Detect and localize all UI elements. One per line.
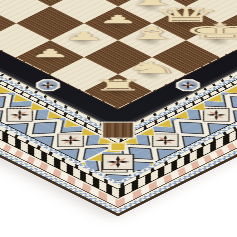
black-line: ♜♞♚♝♛♟♟♟♝ bbox=[0, 0, 237, 181]
white-pawn-glyph: ♟ bbox=[63, 30, 104, 41]
cream-line-2: ♜♞♚♝♛♟♟♟♝ bbox=[0, 0, 237, 200]
mosaic-star-band: ♜♞♚♝♛♟♟♟♝ bbox=[0, 0, 237, 180]
board-outer-edge: ♜♞♚♝♛♟♟♟♝ bbox=[0, 0, 237, 216]
playing-field: ♜♞♚♝♛♟♟♟♝ bbox=[0, 0, 237, 108]
zebra-ribbon-band: ♜♞♚♝♛♟♟♟♝ bbox=[0, 0, 237, 199]
pieces-layer: ♜♞♚♝♛♟♟♟♝ bbox=[0, 0, 237, 108]
checker-band-outer: ♜♞♚♝♛♟♟♟♝ bbox=[0, 0, 237, 214]
checker-band-mid: ♜♞♚♝♛♟♟♟♝ bbox=[0, 0, 237, 185]
white-knight-glyph: ♞ bbox=[123, 60, 180, 76]
field-frame: ♜♞♚♝♛♟♟♟♝ bbox=[0, 0, 237, 110]
salmon-stripe-band: ♜♞♚♝♛♟♟♟♝ bbox=[0, 0, 237, 208]
white-pawn-glyph: ♟ bbox=[29, 47, 70, 58]
corner-wood-diamond bbox=[101, 122, 135, 139]
dashed-band-outer: ♜♞♚♝♛♟♟♟♝ bbox=[0, 0, 237, 189]
white-bishop-glyph: ♝ bbox=[121, 25, 182, 42]
corner-yellow-diamond bbox=[110, 142, 127, 151]
white-rook-glyph: ♜ bbox=[91, 78, 145, 93]
cream-line: ♜♞♚♝♛♟♟♟♝ bbox=[0, 0, 237, 209]
chess-board: ♜♞♚♝♛♟♟♟♝ bbox=[0, 0, 237, 216]
white-king-glyph: ♚ bbox=[181, 20, 237, 42]
chessboard-photo: ♜♞♚♝♛♟♟♟♝ const data = JSON.parse(docume… bbox=[0, 0, 237, 237]
